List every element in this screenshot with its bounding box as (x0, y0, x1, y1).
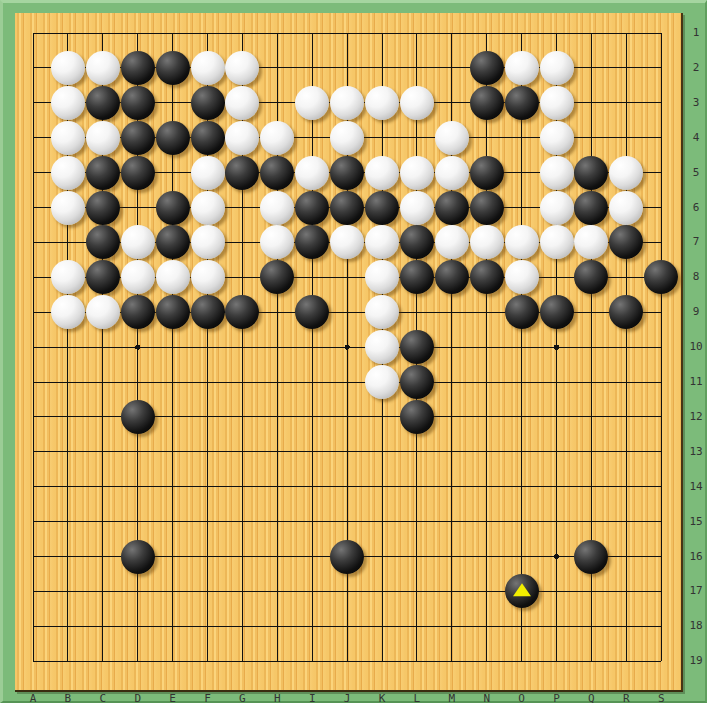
column-label-Q: Q (583, 692, 599, 703)
stone-white-D8[interactable] (121, 260, 155, 294)
stone-black-J6[interactable] (330, 191, 364, 225)
triangle-marker (513, 584, 531, 597)
stone-black-C7[interactable] (86, 225, 120, 259)
column-label-K: K (374, 692, 390, 703)
stone-white-M5[interactable] (435, 156, 469, 190)
stone-white-I3[interactable] (295, 86, 329, 120)
stone-white-P7[interactable] (540, 225, 574, 259)
row-label-5: 5 (686, 166, 706, 179)
stone-white-O2[interactable] (505, 51, 539, 85)
stone-black-C5[interactable] (86, 156, 120, 190)
stone-black-O3[interactable] (505, 86, 539, 120)
stone-black-C6[interactable] (86, 191, 120, 225)
stone-black-G5[interactable] (225, 156, 259, 190)
row-label-9: 9 (686, 305, 706, 318)
row-label-3: 3 (686, 96, 706, 109)
goban[interactable] (15, 13, 683, 692)
stone-black-N8[interactable] (470, 260, 504, 294)
stone-white-B8[interactable] (51, 260, 85, 294)
stone-white-O8[interactable] (505, 260, 539, 294)
row-label-10: 10 (686, 340, 706, 353)
stone-white-K5[interactable] (365, 156, 399, 190)
stone-white-F8[interactable] (191, 260, 225, 294)
stone-black-H5[interactable] (260, 156, 294, 190)
row-label-6: 6 (686, 201, 706, 214)
stone-white-G4[interactable] (225, 121, 259, 155)
stone-black-N3[interactable] (470, 86, 504, 120)
stone-white-K9[interactable] (365, 295, 399, 329)
stone-black-L8[interactable] (400, 260, 434, 294)
stone-black-N5[interactable] (470, 156, 504, 190)
column-label-M: M (444, 692, 460, 703)
stone-white-B9[interactable] (51, 295, 85, 329)
column-label-F: F (200, 692, 216, 703)
green-frame: ABCDEFGHIJKLMNOPQRS123456789101112131415… (0, 0, 707, 703)
column-label-G: G (234, 692, 250, 703)
stone-black-E2[interactable] (156, 51, 190, 85)
stone-white-L5[interactable] (400, 156, 434, 190)
stone-white-R6[interactable] (609, 191, 643, 225)
row-label-19: 19 (686, 654, 706, 667)
row-label-8: 8 (686, 270, 706, 283)
column-label-C: C (95, 692, 111, 703)
stone-white-F2[interactable] (191, 51, 225, 85)
stone-white-H4[interactable] (260, 121, 294, 155)
stone-white-R5[interactable] (609, 156, 643, 190)
column-label-P: P (549, 692, 565, 703)
stone-white-F6[interactable] (191, 191, 225, 225)
stone-white-C4[interactable] (86, 121, 120, 155)
stone-white-G3[interactable] (225, 86, 259, 120)
stone-black-J5[interactable] (330, 156, 364, 190)
stone-black-N6[interactable] (470, 191, 504, 225)
stone-black-C3[interactable] (86, 86, 120, 120)
stone-white-P5[interactable] (540, 156, 574, 190)
row-label-2: 2 (686, 61, 706, 74)
stone-black-Q5[interactable] (574, 156, 608, 190)
hoshi-point (345, 345, 350, 350)
stone-white-P6[interactable] (540, 191, 574, 225)
stone-white-B2[interactable] (51, 51, 85, 85)
stone-black-O17[interactable] (505, 574, 539, 608)
stone-black-J16[interactable] (330, 540, 364, 574)
stone-white-J3[interactable] (330, 86, 364, 120)
stone-white-B6[interactable] (51, 191, 85, 225)
stone-black-D4[interactable] (121, 121, 155, 155)
row-label-13: 13 (686, 445, 706, 458)
stone-black-P9[interactable] (540, 295, 574, 329)
stone-black-L10[interactable] (400, 330, 434, 364)
column-label-D: D (130, 692, 146, 703)
stone-white-F7[interactable] (191, 225, 225, 259)
row-label-11: 11 (686, 375, 706, 388)
stone-black-D5[interactable] (121, 156, 155, 190)
stone-black-Q16[interactable] (574, 540, 608, 574)
column-label-B: B (60, 692, 76, 703)
stone-black-E6[interactable] (156, 191, 190, 225)
stone-black-D2[interactable] (121, 51, 155, 85)
stone-black-L11[interactable] (400, 365, 434, 399)
column-label-O: O (514, 692, 530, 703)
column-label-L: L (409, 692, 425, 703)
stone-white-D7[interactable] (121, 225, 155, 259)
stone-black-F9[interactable] (191, 295, 225, 329)
stone-white-B3[interactable] (51, 86, 85, 120)
stone-white-L6[interactable] (400, 191, 434, 225)
row-label-1: 1 (686, 26, 706, 39)
stone-white-M7[interactable] (435, 225, 469, 259)
stone-black-D12[interactable] (121, 400, 155, 434)
stone-white-I5[interactable] (295, 156, 329, 190)
stone-white-K11[interactable] (365, 365, 399, 399)
hoshi-point (554, 345, 559, 350)
column-label-E: E (165, 692, 181, 703)
hoshi-point (135, 345, 140, 350)
hoshi-point (554, 554, 559, 559)
row-label-17: 17 (686, 584, 706, 597)
column-label-H: H (269, 692, 285, 703)
row-label-4: 4 (686, 131, 706, 144)
stone-white-F5[interactable] (191, 156, 225, 190)
stone-white-N7[interactable] (470, 225, 504, 259)
stone-black-E9[interactable] (156, 295, 190, 329)
column-label-N: N (479, 692, 495, 703)
stone-black-E4[interactable] (156, 121, 190, 155)
stone-black-Q6[interactable] (574, 191, 608, 225)
stone-white-P3[interactable] (540, 86, 574, 120)
column-label-S: S (653, 692, 669, 703)
row-label-7: 7 (686, 235, 706, 248)
stone-white-B4[interactable] (51, 121, 85, 155)
row-label-12: 12 (686, 410, 706, 423)
stone-black-F4[interactable] (191, 121, 225, 155)
stone-white-M4[interactable] (435, 121, 469, 155)
stone-white-B5[interactable] (51, 156, 85, 190)
column-label-R: R (618, 692, 634, 703)
stone-black-M8[interactable] (435, 260, 469, 294)
stone-white-K10[interactable] (365, 330, 399, 364)
stone-black-M6[interactable] (435, 191, 469, 225)
stone-black-E7[interactable] (156, 225, 190, 259)
row-label-18: 18 (686, 619, 706, 632)
stone-white-E8[interactable] (156, 260, 190, 294)
stone-white-C2[interactable] (86, 51, 120, 85)
stone-black-I6[interactable] (295, 191, 329, 225)
stone-white-P2[interactable] (540, 51, 574, 85)
column-label-J: J (339, 692, 355, 703)
stone-black-C8[interactable] (86, 260, 120, 294)
stone-black-D3[interactable] (121, 86, 155, 120)
stone-black-O9[interactable] (505, 295, 539, 329)
stone-black-L12[interactable] (400, 400, 434, 434)
stone-black-D16[interactable] (121, 540, 155, 574)
row-label-15: 15 (686, 515, 706, 528)
stone-black-D9[interactable] (121, 295, 155, 329)
stone-white-P4[interactable] (540, 121, 574, 155)
stone-white-H6[interactable] (260, 191, 294, 225)
stone-white-O7[interactable] (505, 225, 539, 259)
row-label-16: 16 (686, 550, 706, 563)
stone-white-L3[interactable] (400, 86, 434, 120)
row-label-14: 14 (686, 480, 706, 493)
stone-white-C9[interactable] (86, 295, 120, 329)
stone-white-J4[interactable] (330, 121, 364, 155)
column-label-A: A (25, 692, 41, 703)
column-label-I: I (304, 692, 320, 703)
stone-black-F3[interactable] (191, 86, 225, 120)
stone-white-K3[interactable] (365, 86, 399, 120)
stone-black-K6[interactable] (365, 191, 399, 225)
stone-black-N2[interactable] (470, 51, 504, 85)
